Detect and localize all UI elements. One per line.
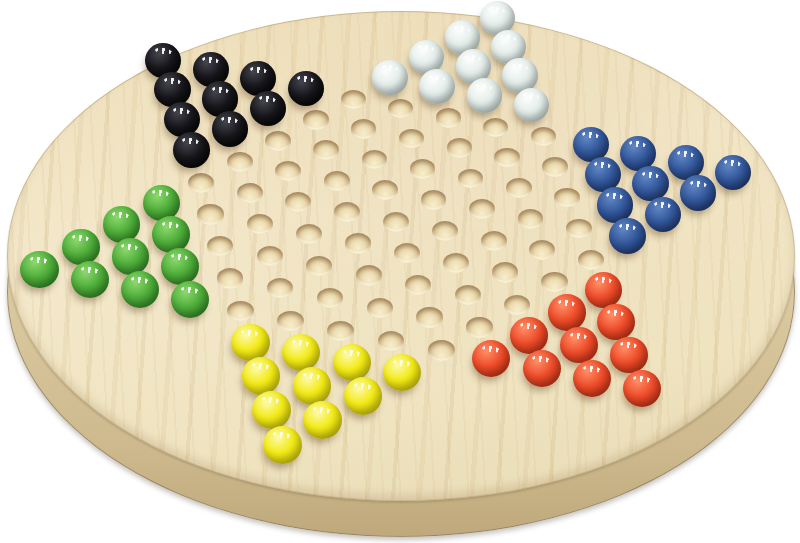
marble-highlight	[297, 75, 314, 83]
marble-highlight	[532, 354, 550, 363]
marble-highlight	[511, 63, 528, 71]
marble-highlight	[182, 137, 200, 146]
hole-empty[interactable]	[469, 199, 495, 219]
hole-empty[interactable]	[421, 190, 447, 210]
hole-empty[interactable]	[378, 331, 405, 352]
marble-highlight	[171, 253, 189, 262]
marble-red[interactable]	[585, 272, 622, 308]
marble-black[interactable]	[288, 71, 324, 106]
marble-highlight	[582, 364, 600, 373]
marble-yellow[interactable]	[293, 367, 332, 405]
hole-empty[interactable]	[388, 99, 413, 118]
marble-highlight	[418, 44, 435, 52]
marble-highlight	[393, 358, 411, 367]
hole-empty[interactable]	[356, 265, 382, 285]
marble-highlight	[342, 348, 360, 357]
marble-highlight	[80, 266, 98, 275]
marble-highlight	[453, 25, 470, 33]
marble-highlight	[221, 116, 239, 125]
hole-empty[interactable]	[197, 204, 223, 224]
hole-empty[interactable]	[399, 129, 424, 149]
hole-empty[interactable]	[237, 183, 263, 203]
marble-green[interactable]	[62, 229, 100, 266]
hole-empty[interactable]	[362, 150, 388, 170]
hole-empty[interactable]	[372, 180, 398, 200]
marble-green[interactable]	[20, 251, 58, 288]
marble-highlight	[557, 299, 575, 308]
marble-yellow[interactable]	[231, 324, 269, 361]
marble-red[interactable]	[623, 370, 661, 407]
marble-highlight	[161, 221, 179, 230]
hole-empty[interactable]	[394, 243, 420, 263]
marble-highlight	[724, 159, 741, 167]
marble-highlight	[154, 47, 171, 55]
marble-highlight	[607, 308, 625, 317]
marble-highlight	[121, 243, 139, 252]
hole-empty[interactable]	[313, 140, 339, 160]
hole-empty[interactable]	[207, 236, 233, 256]
marble-highlight	[313, 406, 332, 415]
marble-yellow[interactable]	[303, 401, 342, 439]
hole-empty[interactable]	[383, 212, 409, 232]
marble-green[interactable]	[171, 281, 209, 318]
hole-empty[interactable]	[285, 192, 311, 212]
marble-yellow[interactable]	[242, 357, 281, 395]
marble-highlight	[594, 161, 611, 170]
hole-empty[interactable]	[466, 317, 493, 337]
hole-empty[interactable]	[334, 202, 360, 222]
marble-red[interactable]	[548, 294, 586, 331]
marble-highlight	[353, 382, 372, 391]
marble-highlight	[629, 140, 646, 148]
hole-empty[interactable]	[267, 278, 294, 298]
marble-highlight	[202, 56, 219, 64]
marble-red[interactable]	[560, 327, 598, 364]
marble-white[interactable]	[419, 69, 455, 104]
marble-highlight	[428, 73, 445, 81]
hole-empty[interactable]	[306, 256, 332, 276]
hole-empty[interactable]	[410, 159, 436, 179]
hole-empty[interactable]	[257, 246, 283, 266]
marble-white[interactable]	[467, 78, 503, 113]
marble-green[interactable]	[161, 248, 199, 285]
marble-yellow[interactable]	[344, 377, 383, 415]
hole-empty[interactable]	[504, 295, 530, 315]
marble-highlight	[689, 180, 706, 189]
hole-empty[interactable]	[554, 188, 580, 208]
marble-blue[interactable]	[645, 197, 681, 233]
hole-empty[interactable]	[341, 90, 366, 109]
marble-highlight	[262, 396, 281, 405]
hole-empty[interactable]	[566, 219, 592, 239]
marble-yellow[interactable]	[383, 354, 421, 391]
marble-yellow[interactable]	[252, 391, 291, 429]
hole-empty[interactable]	[227, 301, 254, 322]
hole-empty[interactable]	[483, 118, 508, 137]
marble-highlight	[482, 345, 500, 354]
hole-empty[interactable]	[345, 233, 371, 253]
hole-empty[interactable]	[327, 321, 354, 342]
marble-highlight	[523, 92, 540, 100]
marble-highlight	[606, 192, 624, 201]
hole-empty[interactable]	[317, 288, 344, 308]
hole-empty[interactable]	[324, 171, 350, 191]
marble-red[interactable]	[610, 337, 648, 374]
marble-blue[interactable]	[609, 218, 646, 254]
marble-green[interactable]	[152, 216, 190, 253]
marble-highlight	[130, 275, 148, 284]
hole-empty[interactable]	[578, 250, 604, 270]
hole-empty[interactable]	[436, 108, 461, 127]
marble-black[interactable]	[173, 132, 210, 168]
marble-highlight	[464, 53, 481, 61]
marble-highlight	[381, 64, 398, 72]
marble-highlight	[475, 83, 492, 91]
hole-empty[interactable]	[188, 173, 214, 193]
marble-highlight	[618, 223, 636, 232]
marble-green[interactable]	[71, 261, 109, 298]
hole-empty[interactable]	[296, 224, 322, 244]
marble-red[interactable]	[573, 360, 611, 397]
marble-highlight	[292, 338, 310, 347]
hole-empty[interactable]	[458, 169, 484, 189]
hole-empty[interactable]	[303, 110, 328, 130]
board-cells	[0, 0, 800, 543]
hole-empty[interactable]	[217, 268, 244, 288]
marble-black[interactable]	[212, 111, 248, 147]
marble-yellow[interactable]	[333, 344, 371, 381]
marble-red[interactable]	[523, 350, 561, 387]
marble-white[interactable]	[372, 60, 408, 95]
marble-highlight	[249, 66, 266, 74]
hole-empty[interactable]	[455, 285, 481, 305]
marble-highlight	[241, 328, 259, 337]
hole-empty[interactable]	[275, 161, 301, 181]
marble-highlight	[112, 211, 130, 220]
marble-highlight	[520, 321, 538, 330]
marble-highlight	[152, 189, 170, 198]
marble-highlight	[489, 5, 506, 13]
hole-empty[interactable]	[405, 275, 431, 295]
hole-empty[interactable]	[518, 209, 544, 229]
hole-empty[interactable]	[541, 272, 567, 292]
hole-empty[interactable]	[247, 214, 273, 234]
marble-highlight	[500, 34, 517, 42]
marble-highlight	[259, 95, 276, 104]
hole-empty[interactable]	[432, 221, 458, 241]
marble-yellow[interactable]	[263, 426, 302, 464]
marble-highlight	[641, 170, 658, 179]
marble-highlight	[71, 233, 89, 242]
marble-white[interactable]	[514, 88, 550, 123]
marble-highlight	[570, 331, 588, 340]
marble-highlight	[677, 150, 694, 158]
marble-highlight	[654, 201, 672, 210]
marble-blue[interactable]	[715, 155, 751, 190]
marble-green[interactable]	[121, 271, 159, 308]
hole-empty[interactable]	[531, 127, 556, 146]
marble-green[interactable]	[112, 238, 150, 275]
hole-empty[interactable]	[277, 311, 304, 332]
hole-empty[interactable]	[542, 157, 567, 177]
marble-highlight	[632, 374, 650, 383]
hole-empty[interactable]	[506, 178, 532, 198]
hole-empty[interactable]	[529, 240, 555, 260]
hole-empty[interactable]	[447, 138, 472, 158]
hole-empty[interactable]	[265, 131, 291, 151]
marble-highlight	[181, 285, 199, 294]
hole-empty[interactable]	[227, 152, 253, 172]
hole-empty[interactable]	[428, 340, 455, 361]
marble-red[interactable]	[597, 304, 635, 341]
photo-background	[0, 0, 800, 543]
marble-highlight	[272, 431, 291, 440]
marble-black[interactable]	[250, 91, 286, 126]
marble-highlight	[30, 256, 48, 265]
marble-highlight	[163, 76, 180, 85]
marble-highlight	[251, 362, 270, 371]
marble-red[interactable]	[510, 317, 548, 354]
hole-empty[interactable]	[494, 148, 519, 168]
marble-highlight	[302, 372, 321, 381]
marble-highlight	[620, 341, 638, 350]
marble-highlight	[173, 106, 191, 115]
marble-red[interactable]	[472, 340, 510, 377]
marble-blue[interactable]	[680, 175, 716, 210]
hole-empty[interactable]	[492, 262, 518, 282]
hole-empty[interactable]	[351, 119, 376, 139]
hole-empty[interactable]	[367, 298, 394, 318]
marble-yellow[interactable]	[282, 334, 320, 371]
hole-empty[interactable]	[443, 253, 469, 273]
marble-highlight	[594, 276, 612, 285]
marble-highlight	[211, 86, 228, 95]
hole-empty[interactable]	[416, 307, 443, 327]
marble-highlight	[582, 131, 599, 139]
hole-empty[interactable]	[481, 231, 507, 251]
